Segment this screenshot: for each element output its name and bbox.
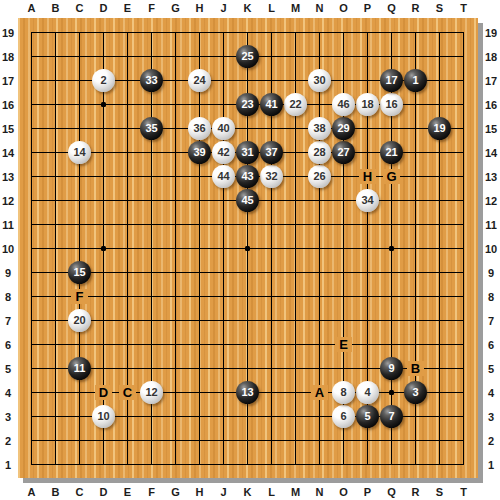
- coord-right-4: 4: [488, 387, 494, 399]
- coord-top-t: T: [460, 2, 467, 14]
- stone-white-2-d17: 2: [92, 69, 115, 92]
- star-point-q10: [389, 246, 394, 251]
- coord-top-d: D: [100, 2, 108, 14]
- stone-black-15-c9: 15: [68, 261, 91, 284]
- stone-black-45-k12: 45: [236, 189, 259, 212]
- star-point-k10: [245, 246, 250, 251]
- coord-left-15: 15: [2, 123, 14, 135]
- stone-white-34-p12: 34: [356, 189, 379, 212]
- coord-right-11: 11: [485, 219, 497, 231]
- coord-right-18: 18: [485, 51, 497, 63]
- coord-left-13: 13: [2, 171, 14, 183]
- coord-top-b: B: [52, 2, 60, 14]
- coord-right-1: 1: [488, 459, 494, 471]
- stone-white-14-c14: 14: [68, 141, 91, 164]
- go-board[interactable]: 1234567891011121314151617181920212223242…: [18, 18, 478, 478]
- stone-black-17-q17: 17: [380, 69, 403, 92]
- board-label-g-q13: G: [383, 169, 400, 184]
- stone-black-11-c5: 11: [68, 357, 91, 380]
- stone-white-20-c7: 20: [68, 309, 91, 332]
- coord-top-o: O: [339, 2, 348, 14]
- coord-left-19: 19: [2, 27, 14, 39]
- coord-bottom-o: O: [339, 486, 348, 498]
- coord-top-h: H: [196, 2, 204, 14]
- board-label-d-d4: D: [95, 385, 112, 400]
- star-point-q4: [389, 390, 394, 395]
- coord-bottom-j: J: [220, 486, 226, 498]
- coord-bottom-f: F: [148, 486, 155, 498]
- stone-white-38-n15: 38: [308, 117, 331, 140]
- stone-black-1-r17: 1: [404, 69, 427, 92]
- coord-top-c: C: [76, 2, 84, 14]
- coord-top-g: G: [171, 2, 180, 14]
- stone-white-8-o4: 8: [332, 381, 355, 404]
- board-label-h-p13: H: [359, 169, 376, 184]
- coord-left-12: 12: [2, 195, 14, 207]
- coord-right-12: 12: [485, 195, 497, 207]
- coord-left-3: 3: [5, 411, 11, 423]
- coord-bottom-r: R: [412, 486, 420, 498]
- coord-bottom-h: H: [196, 486, 204, 498]
- coord-bottom-n: N: [316, 486, 324, 498]
- coord-top-f: F: [148, 2, 155, 14]
- stone-black-27-o14: 27: [332, 141, 355, 164]
- coord-bottom-m: M: [291, 486, 300, 498]
- coord-top-q: Q: [387, 2, 396, 14]
- stone-white-46-o16: 46: [332, 93, 355, 116]
- coord-left-17: 17: [2, 75, 14, 87]
- stone-white-30-n17: 30: [308, 69, 331, 92]
- coord-bottom-b: B: [52, 486, 60, 498]
- coord-left-2: 2: [5, 435, 11, 447]
- coord-right-2: 2: [488, 435, 494, 447]
- coord-bottom-p: P: [364, 486, 371, 498]
- coord-left-14: 14: [2, 147, 14, 159]
- coord-right-17: 17: [485, 75, 497, 87]
- stone-black-31-k14: 31: [236, 141, 259, 164]
- stone-black-3-r4: 3: [404, 381, 427, 404]
- stone-white-10-d3: 10: [92, 405, 115, 428]
- stone-black-43-k13: 43: [236, 165, 259, 188]
- stone-black-25-k18: 25: [236, 45, 259, 68]
- coord-left-10: 10: [2, 243, 14, 255]
- stone-black-7-q3: 7: [380, 405, 403, 428]
- board-label-c-e4: C: [119, 385, 136, 400]
- coord-right-13: 13: [485, 171, 497, 183]
- coord-bottom-t: T: [460, 486, 467, 498]
- coord-right-6: 6: [488, 339, 494, 351]
- coord-bottom-g: G: [171, 486, 180, 498]
- stone-white-32-l13: 32: [260, 165, 283, 188]
- coord-right-8: 8: [488, 291, 494, 303]
- go-diagram-page: { "game": "go", "board_size": 19, "color…: [0, 0, 500, 500]
- coord-left-6: 6: [5, 339, 11, 351]
- star-point-d16: [101, 102, 106, 107]
- coord-top-s: S: [436, 2, 443, 14]
- stone-white-40-j15: 40: [212, 117, 235, 140]
- coord-left-11: 11: [2, 219, 14, 231]
- coord-right-14: 14: [485, 147, 497, 159]
- stone-white-36-h15: 36: [188, 117, 211, 140]
- stone-white-42-j14: 42: [212, 141, 235, 164]
- coord-left-5: 5: [5, 363, 11, 375]
- coord-right-7: 7: [488, 315, 494, 327]
- coord-bottom-q: Q: [387, 486, 396, 498]
- coord-top-m: M: [291, 2, 300, 14]
- coord-right-10: 10: [485, 243, 497, 255]
- stone-white-6-o3: 6: [332, 405, 355, 428]
- coord-bottom-e: E: [124, 486, 131, 498]
- coord-top-e: E: [124, 2, 131, 14]
- coord-bottom-c: C: [76, 486, 84, 498]
- board-label-a-n4: A: [311, 385, 328, 400]
- coord-top-k: K: [244, 2, 252, 14]
- stone-black-41-l16: 41: [260, 93, 283, 116]
- stone-black-39-h14: 39: [188, 141, 211, 164]
- coord-top-j: J: [220, 2, 226, 14]
- stone-black-5-p3: 5: [356, 405, 379, 428]
- coord-right-9: 9: [488, 267, 494, 279]
- coord-top-l: L: [268, 2, 275, 14]
- coord-bottom-a: A: [28, 486, 36, 498]
- stone-white-12-f4: 12: [140, 381, 163, 404]
- stone-black-37-l14: 37: [260, 141, 283, 164]
- stone-white-26-n13: 26: [308, 165, 331, 188]
- stone-black-13-k4: 13: [236, 381, 259, 404]
- stone-white-16-q16: 16: [380, 93, 403, 116]
- stone-black-33-f17: 33: [140, 69, 163, 92]
- coord-right-16: 16: [485, 99, 497, 111]
- coord-left-8: 8: [5, 291, 11, 303]
- coord-top-n: N: [316, 2, 324, 14]
- coord-left-18: 18: [2, 51, 14, 63]
- stone-white-24-h17: 24: [188, 69, 211, 92]
- coord-left-7: 7: [5, 315, 11, 327]
- coord-bottom-s: S: [436, 486, 443, 498]
- stone-white-28-n14: 28: [308, 141, 331, 164]
- coord-right-19: 19: [485, 27, 497, 39]
- stone-black-21-q14: 21: [380, 141, 403, 164]
- board-label-f-c8: F: [71, 289, 88, 304]
- stone-black-35-f15: 35: [140, 117, 163, 140]
- coord-top-r: R: [412, 2, 420, 14]
- stone-white-44-j13: 44: [212, 165, 235, 188]
- stone-black-9-q5: 9: [380, 357, 403, 380]
- star-point-d10: [101, 246, 106, 251]
- coord-right-5: 5: [488, 363, 494, 375]
- coord-left-4: 4: [5, 387, 11, 399]
- coord-right-15: 15: [485, 123, 497, 135]
- stone-white-18-p16: 18: [356, 93, 379, 116]
- coord-right-3: 3: [488, 411, 494, 423]
- coord-bottom-l: L: [268, 486, 275, 498]
- stone-black-29-o15: 29: [332, 117, 355, 140]
- coord-left-16: 16: [2, 99, 14, 111]
- coord-left-9: 9: [5, 267, 11, 279]
- stone-black-19-s15: 19: [428, 117, 451, 140]
- coord-left-1: 1: [5, 459, 11, 471]
- coord-bottom-d: D: [100, 486, 108, 498]
- board-label-b-r5: B: [407, 361, 424, 376]
- stone-black-23-k16: 23: [236, 93, 259, 116]
- coord-bottom-k: K: [244, 486, 252, 498]
- coord-top-a: A: [28, 2, 36, 14]
- board-label-e-o6: E: [335, 337, 352, 352]
- stone-white-22-m16: 22: [284, 93, 307, 116]
- coord-top-p: P: [364, 2, 371, 14]
- stone-white-4-p4: 4: [356, 381, 379, 404]
